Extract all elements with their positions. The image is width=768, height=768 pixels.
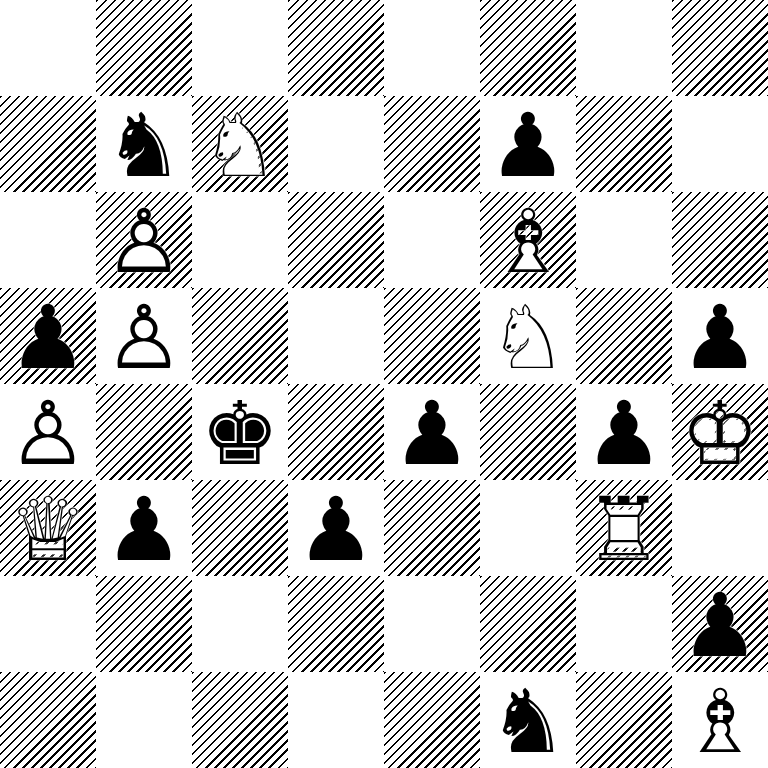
square-f1[interactable]: ♞♞: [480, 672, 576, 768]
black-pawn[interactable]: ♟♟: [576, 384, 672, 480]
square-e6[interactable]: [384, 192, 480, 288]
square-g4[interactable]: ♟♟: [576, 384, 672, 480]
white-bishop[interactable]: ♝♗: [480, 192, 576, 288]
square-b7[interactable]: ♞♞: [96, 96, 192, 192]
square-g8[interactable]: [576, 0, 672, 96]
square-d7[interactable]: [288, 96, 384, 192]
white-bishop-glyph: ♗: [480, 192, 576, 288]
chess-board: ♞♞♞♘♟♟♟♙♝♗♟♟♟♙♞♘♟♟♟♙♚♚♟♟♟♟♚♔♛♕♟♟♟♟♜♖♟♟♞♞…: [0, 0, 768, 768]
square-g6[interactable]: [576, 192, 672, 288]
black-pawn-glyph: ♟: [576, 384, 672, 480]
square-d2[interactable]: [288, 576, 384, 672]
white-bishop[interactable]: ♝♗: [672, 672, 768, 768]
chess-diagram: ♞♞♞♘♟♟♟♙♝♗♟♟♟♙♞♘♟♟♟♙♚♚♟♟♟♟♚♔♛♕♟♟♟♟♜♖♟♟♞♞…: [0, 0, 768, 768]
white-knight-glyph: ♘: [192, 96, 288, 192]
black-pawn-glyph: ♟: [288, 480, 384, 576]
square-c8[interactable]: [192, 0, 288, 96]
black-pawn-glyph: ♟: [480, 96, 576, 192]
square-h1[interactable]: ♝♗: [672, 672, 768, 768]
square-h5[interactable]: ♟♟: [672, 288, 768, 384]
square-e5[interactable]: [384, 288, 480, 384]
square-d3[interactable]: ♟♟: [288, 480, 384, 576]
square-f4[interactable]: [480, 384, 576, 480]
square-d6[interactable]: [288, 192, 384, 288]
white-knight-glyph: ♘: [480, 288, 576, 384]
square-a1[interactable]: [0, 672, 96, 768]
black-knight[interactable]: ♞♞: [480, 672, 576, 768]
white-pawn-glyph: ♙: [96, 192, 192, 288]
square-a8[interactable]: [0, 0, 96, 96]
white-pawn[interactable]: ♟♙: [0, 384, 96, 480]
square-g1[interactable]: [576, 672, 672, 768]
square-h3[interactable]: [672, 480, 768, 576]
square-c1[interactable]: [192, 672, 288, 768]
square-a6[interactable]: [0, 192, 96, 288]
white-king[interactable]: ♚♔: [672, 384, 768, 480]
square-d8[interactable]: [288, 0, 384, 96]
white-queen[interactable]: ♛♕: [0, 480, 96, 576]
white-pawn[interactable]: ♟♙: [96, 192, 192, 288]
black-pawn[interactable]: ♟♟: [480, 96, 576, 192]
white-pawn-glyph: ♙: [96, 288, 192, 384]
black-pawn-glyph: ♟: [384, 384, 480, 480]
square-d4[interactable]: [288, 384, 384, 480]
square-b3[interactable]: ♟♟: [96, 480, 192, 576]
black-pawn[interactable]: ♟♟: [672, 288, 768, 384]
square-b5[interactable]: ♟♙: [96, 288, 192, 384]
white-queen-glyph: ♕: [0, 480, 96, 576]
square-c7[interactable]: ♞♘: [192, 96, 288, 192]
square-h6[interactable]: [672, 192, 768, 288]
black-knight-glyph: ♞: [480, 672, 576, 768]
white-pawn-glyph: ♙: [0, 384, 96, 480]
square-b8[interactable]: [96, 0, 192, 96]
square-f2[interactable]: [480, 576, 576, 672]
square-e8[interactable]: [384, 0, 480, 96]
white-pawn[interactable]: ♟♙: [96, 288, 192, 384]
square-a3[interactable]: ♛♕: [0, 480, 96, 576]
black-pawn[interactable]: ♟♟: [96, 480, 192, 576]
square-g5[interactable]: [576, 288, 672, 384]
black-pawn[interactable]: ♟♟: [0, 288, 96, 384]
square-a5[interactable]: ♟♟: [0, 288, 96, 384]
square-e1[interactable]: [384, 672, 480, 768]
square-c2[interactable]: [192, 576, 288, 672]
square-a2[interactable]: [0, 576, 96, 672]
square-h8[interactable]: [672, 0, 768, 96]
black-king-glyph: ♚: [192, 384, 288, 480]
square-e3[interactable]: [384, 480, 480, 576]
square-b1[interactable]: [96, 672, 192, 768]
white-knight[interactable]: ♞♘: [480, 288, 576, 384]
square-c6[interactable]: [192, 192, 288, 288]
white-bishop-glyph: ♗: [672, 672, 768, 768]
square-e4[interactable]: ♟♟: [384, 384, 480, 480]
square-h7[interactable]: [672, 96, 768, 192]
black-pawn-glyph: ♟: [0, 288, 96, 384]
black-pawn-glyph: ♟: [672, 576, 768, 672]
square-f6[interactable]: ♝♗: [480, 192, 576, 288]
black-knight-glyph: ♞: [96, 96, 192, 192]
square-g2[interactable]: [576, 576, 672, 672]
square-b4[interactable]: [96, 384, 192, 480]
black-king[interactable]: ♚♚: [192, 384, 288, 480]
square-g7[interactable]: [576, 96, 672, 192]
black-pawn-glyph: ♟: [96, 480, 192, 576]
black-pawn[interactable]: ♟♟: [672, 576, 768, 672]
black-knight[interactable]: ♞♞: [96, 96, 192, 192]
white-rook-glyph: ♖: [576, 480, 672, 576]
black-pawn[interactable]: ♟♟: [384, 384, 480, 480]
square-c3[interactable]: [192, 480, 288, 576]
square-e2[interactable]: [384, 576, 480, 672]
square-f8[interactable]: [480, 0, 576, 96]
white-king-glyph: ♔: [672, 384, 768, 480]
square-a7[interactable]: [0, 96, 96, 192]
square-d5[interactable]: [288, 288, 384, 384]
square-c5[interactable]: [192, 288, 288, 384]
square-f3[interactable]: [480, 480, 576, 576]
square-f7[interactable]: ♟♟: [480, 96, 576, 192]
square-b2[interactable]: [96, 576, 192, 672]
square-b6[interactable]: ♟♙: [96, 192, 192, 288]
white-knight[interactable]: ♞♘: [192, 96, 288, 192]
square-c4[interactable]: ♚♚: [192, 384, 288, 480]
square-e7[interactable]: [384, 96, 480, 192]
square-f5[interactable]: ♞♘: [480, 288, 576, 384]
square-g3[interactable]: ♜♖: [576, 480, 672, 576]
square-d1[interactable]: [288, 672, 384, 768]
square-h4[interactable]: ♚♔: [672, 384, 768, 480]
white-rook[interactable]: ♜♖: [576, 480, 672, 576]
black-pawn-glyph: ♟: [672, 288, 768, 384]
square-h2[interactable]: ♟♟: [672, 576, 768, 672]
square-a4[interactable]: ♟♙: [0, 384, 96, 480]
black-pawn[interactable]: ♟♟: [288, 480, 384, 576]
